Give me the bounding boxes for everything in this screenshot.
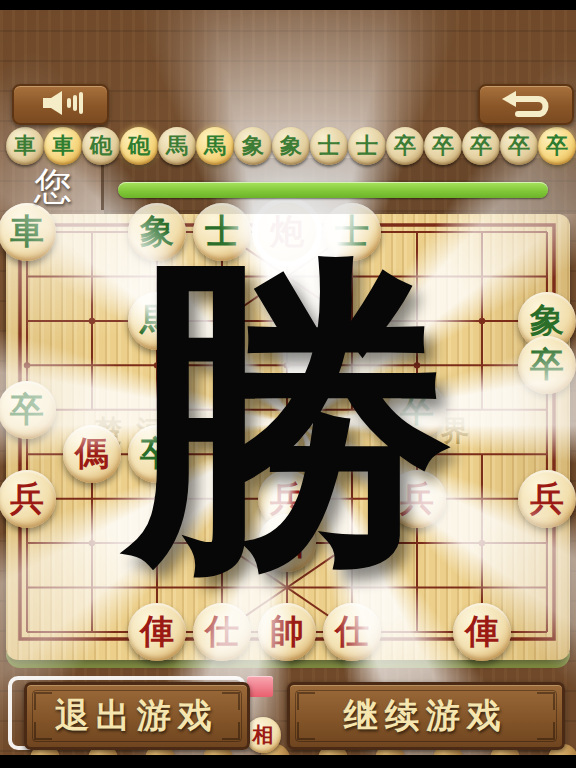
board-piece[interactable]: 卒 <box>388 381 446 439</box>
corner-ornament <box>222 692 240 710</box>
board-piece[interactable]: 兵 <box>0 470 56 528</box>
captured-piece: 卒 <box>424 127 462 165</box>
captured-piece: 砲 <box>120 127 158 165</box>
speaker-icon <box>35 88 87 122</box>
captured-piece: 砲 <box>82 127 120 165</box>
corner-ornament <box>537 692 555 710</box>
captured-piece: 車 <box>6 127 44 165</box>
exit-game-button[interactable]: 退出游戏 <box>24 682 250 750</box>
board-piece[interactable]: 俥 <box>453 603 511 661</box>
corner-ornament <box>297 722 315 740</box>
captured-piece: 象 <box>272 127 310 165</box>
board-piece[interactable]: 仕 <box>193 603 251 661</box>
captured-piece: 卒 <box>462 127 500 165</box>
captured-pieces-tray: 車車砲砲馬馬象象士士卒卒卒卒卒 <box>6 127 568 167</box>
panel-divider <box>101 160 104 210</box>
captured-piece: 象 <box>234 127 272 165</box>
captured-piece: 士 <box>310 127 348 165</box>
button-inner-frame <box>295 690 557 742</box>
board-piece[interactable]: 兵 <box>388 470 446 528</box>
board-piece[interactable]: 仕 <box>323 603 381 661</box>
continue-game-button[interactable]: 继续游戏 <box>287 682 565 750</box>
corner-ornament <box>297 692 315 710</box>
captured-piece: 卒 <box>386 127 424 165</box>
captured-piece: 馬 <box>196 127 234 165</box>
bottom-black-strip <box>0 755 576 768</box>
board-piece[interactable]: 卒 <box>128 425 186 483</box>
captured-piece: 卒 <box>500 127 538 165</box>
board-piece[interactable]: 兵 <box>518 470 576 528</box>
board-piece[interactable]: 馬 <box>128 292 186 350</box>
opponent-tray-piece: 相 <box>245 717 281 753</box>
board-piece[interactable]: 傌 <box>63 425 121 483</box>
player-label: 您 <box>34 161 72 212</box>
button-inner-frame <box>32 690 242 742</box>
back-button[interactable] <box>478 84 574 125</box>
captured-piece: 卒 <box>538 127 576 165</box>
opponent-progress-bar <box>247 676 273 697</box>
xiangqi-board[interactable]: 楚河 汉界 車象士炮士馬象卒卒卒傌卒兵兵兵兵相俥仕帥仕俥 <box>6 214 570 660</box>
corner-ornament <box>34 722 52 740</box>
sound-button[interactable] <box>12 84 109 125</box>
board-piece[interactable]: 卒 <box>518 336 576 394</box>
board-piece[interactable]: 帥 <box>258 603 316 661</box>
board-piece[interactable]: 卒 <box>0 381 56 439</box>
xiangqi-win-screen: { "game": "xiangqi", "overlay": { "win_t… <box>0 0 576 768</box>
player-progress-bar <box>118 182 548 198</box>
captured-piece: 士 <box>348 127 386 165</box>
captured-piece: 車 <box>44 127 82 165</box>
captured-piece: 馬 <box>158 127 196 165</box>
corner-ornament <box>222 722 240 740</box>
corner-ornament <box>34 692 52 710</box>
return-arrow-icon <box>498 88 554 122</box>
board-piece[interactable]: 相 <box>258 514 316 572</box>
board-piece[interactable]: 俥 <box>128 603 186 661</box>
corner-ornament <box>537 722 555 740</box>
top-black-strip <box>0 0 576 10</box>
